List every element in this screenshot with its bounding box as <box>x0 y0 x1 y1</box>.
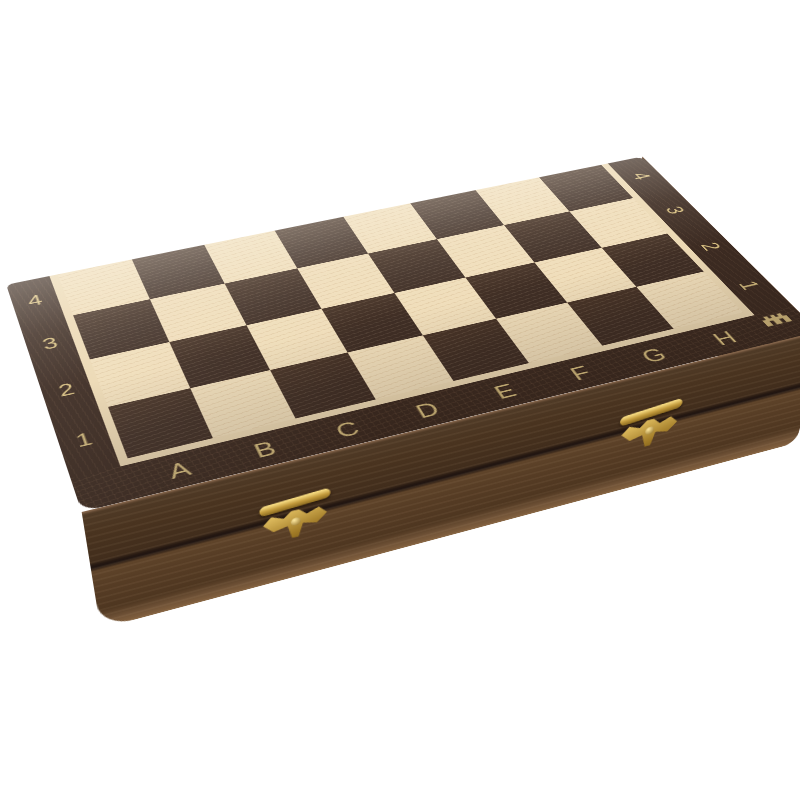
photo-white-background: 4321 4321 ABCDEFGH <box>0 0 800 800</box>
folding-chess-box: 4321 4321 ABCDEFGH <box>26 260 797 629</box>
brass-clasp-left <box>248 485 344 557</box>
brass-clasp-right <box>606 395 694 465</box>
scene-3d: 4321 4321 ABCDEFGH <box>0 0 800 800</box>
